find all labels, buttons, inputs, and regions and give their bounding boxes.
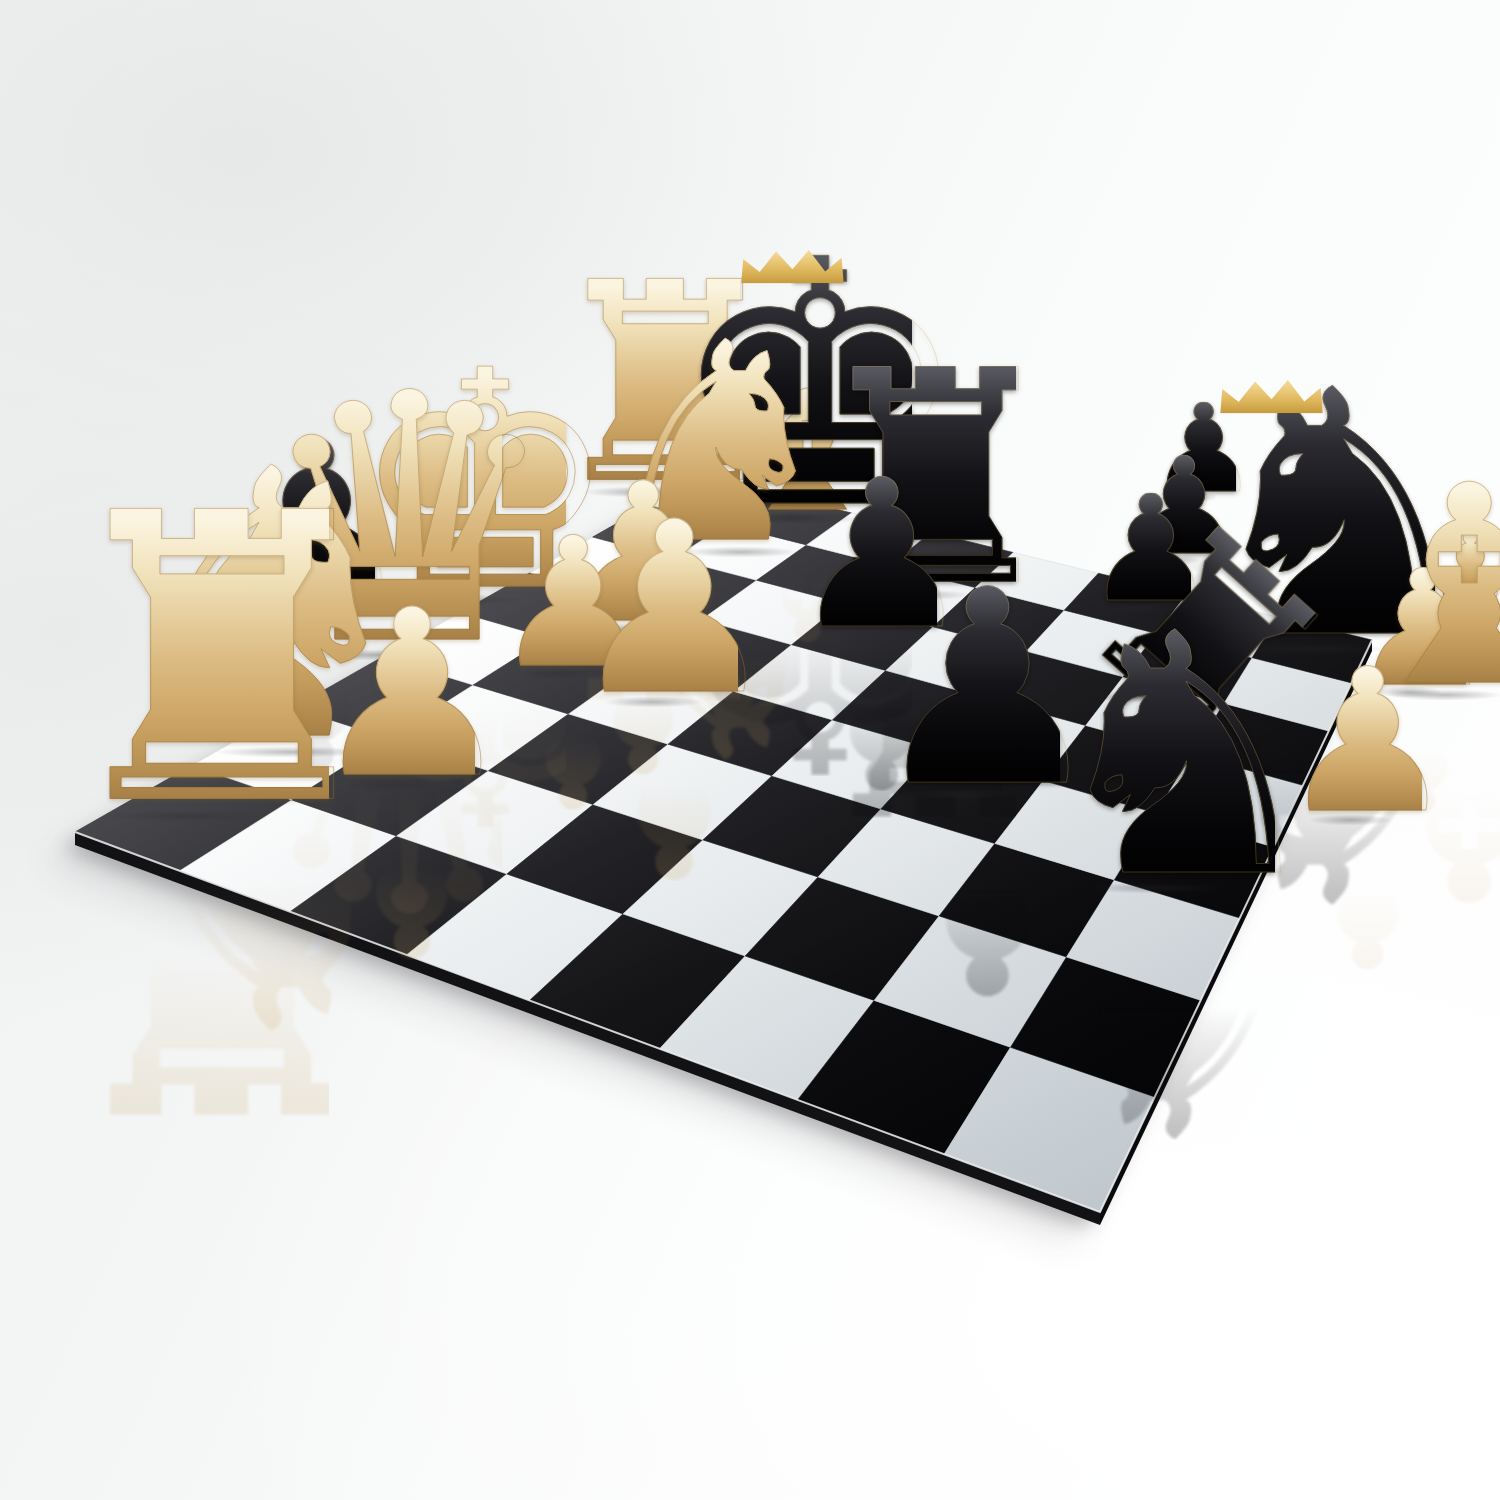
rook-glyph: ♜ xyxy=(44,506,329,816)
piece-black-pawn-d6[interactable]: ♟♟ xyxy=(867,584,1060,794)
piece-white-rook-a1[interactable]: ♜♜ xyxy=(44,506,329,816)
piece-white-pawn-d3[interactable]: ♟♟ xyxy=(568,517,738,702)
pawn-glyph: ♟ xyxy=(867,584,1060,794)
knight-glyph: ♞ xyxy=(1036,628,1275,888)
studio-scene: ♜♜♟♟♝♝♚♚♞♞♟♟♜♜♚♚♟♟♟♟♟♟♟♟♟♟♞♞♛♛♟♟♟♟♝♝♜♟♟♞… xyxy=(0,0,1500,1500)
pawn-glyph: ♟ xyxy=(568,517,738,702)
piece-black-knight-d8[interactable]: ♞♞ xyxy=(1036,628,1275,888)
